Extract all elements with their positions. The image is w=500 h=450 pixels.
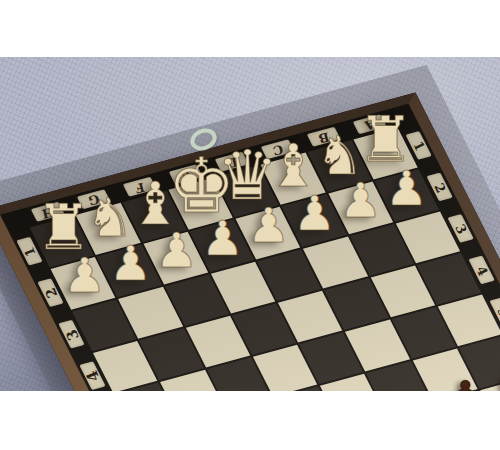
piece-black-pawn-b7[interactable]: ♟ [439, 373, 493, 391]
piece-white-pawn-h2[interactable]: ♟ [63, 251, 106, 299]
piece-white-pawn-f2[interactable]: ♟ [155, 226, 198, 274]
piece-white-pawn-b2[interactable]: ♟ [339, 176, 382, 224]
piece-black-rook-a8[interactable]: ♜ [494, 380, 500, 391]
piece-white-pawn-d2[interactable]: ♟ [247, 201, 290, 249]
chess-set-photo: ABCDEFGH1122334455667788 ♜♞♝♛♚♝♞♜♟♟♟♟♟♟♟… [0, 0, 500, 450]
pieces-layer: ♜♞♝♛♚♝♞♜♟♟♟♟♟♟♟♟♟♟♟♟♟♟♟♟♜♞♝♛♚♝♞♜ [0, 57, 500, 391]
photo-band: ABCDEFGH1122334455667788 ♜♞♝♛♚♝♞♜♟♟♟♟♟♟♟… [0, 57, 500, 391]
piece-white-pawn-c2[interactable]: ♟ [293, 188, 336, 236]
piece-white-pawn-e2[interactable]: ♟ [201, 213, 244, 261]
piece-white-pawn-a2[interactable]: ♟ [385, 163, 428, 211]
piece-black-pawn-c7[interactable]: ♟ [393, 385, 447, 391]
piece-white-pawn-g2[interactable]: ♟ [109, 238, 152, 286]
